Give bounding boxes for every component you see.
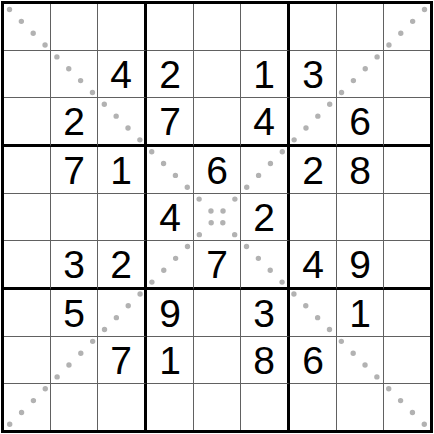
cell-r7c4[interactable]: 9 <box>147 290 194 337</box>
cell-r8c7[interactable]: 6 <box>290 337 337 384</box>
cell-r1c7[interactable] <box>290 4 337 51</box>
cell-r7c1[interactable] <box>4 290 51 337</box>
cell-r4c8[interactable]: 8 <box>337 147 384 194</box>
cell-r8c4[interactable]: 1 <box>147 337 194 384</box>
cell-r3c7[interactable] <box>290 98 337 147</box>
cell-r3c8[interactable]: 6 <box>337 98 384 147</box>
cell-r5c8[interactable] <box>337 194 384 241</box>
cell-r1c5[interactable] <box>194 4 241 51</box>
cell-r9c6[interactable] <box>241 384 290 430</box>
cell-r6c5[interactable]: 7 <box>194 241 241 290</box>
cell-r4c5[interactable]: 6 <box>194 147 241 194</box>
cell-r2c1[interactable] <box>4 51 51 98</box>
cell-r7c5[interactable] <box>194 290 241 337</box>
cell-r1c2[interactable] <box>51 4 98 51</box>
cell-r4c4[interactable] <box>147 147 194 194</box>
cell-r3c6[interactable]: 4 <box>241 98 290 147</box>
cell-r9c4[interactable] <box>147 384 194 430</box>
cell-r8c9[interactable] <box>384 337 430 384</box>
cell-r7c6[interactable]: 3 <box>241 290 290 337</box>
cell-r2c2[interactable] <box>51 51 98 98</box>
cell-r6c1[interactable] <box>4 241 51 290</box>
cell-r6c3[interactable]: 2 <box>98 241 147 290</box>
cell-r7c8[interactable]: 1 <box>337 290 384 337</box>
cell-r2c4[interactable]: 2 <box>147 51 194 98</box>
cell-r8c5[interactable] <box>194 337 241 384</box>
cell-r9c3[interactable] <box>98 384 147 430</box>
cell-r7c9[interactable] <box>384 290 430 337</box>
cell-r6c8[interactable]: 9 <box>337 241 384 290</box>
cell-r9c5[interactable] <box>194 384 241 430</box>
cell-r6c2[interactable]: 3 <box>51 241 98 290</box>
cell-r9c8[interactable] <box>337 384 384 430</box>
cell-r1c4[interactable] <box>147 4 194 51</box>
cell-r2c5[interactable] <box>194 51 241 98</box>
cell-r2c6[interactable]: 1 <box>241 51 290 98</box>
cell-r4c9[interactable] <box>384 147 430 194</box>
cell-r6c4[interactable] <box>147 241 194 290</box>
cell-r5c1[interactable] <box>4 194 51 241</box>
cell-r7c3[interactable] <box>98 290 147 337</box>
cell-r1c1[interactable] <box>4 4 51 51</box>
cell-r3c2[interactable]: 2 <box>51 98 98 147</box>
cell-r4c7[interactable]: 2 <box>290 147 337 194</box>
cell-r2c8[interactable] <box>337 51 384 98</box>
cell-r1c3[interactable] <box>98 4 147 51</box>
cell-r4c2[interactable]: 7 <box>51 147 98 194</box>
cell-r8c1[interactable] <box>4 337 51 384</box>
cell-r6c7[interactable]: 4 <box>290 241 337 290</box>
cell-r5c2[interactable] <box>51 194 98 241</box>
cell-r8c8[interactable] <box>337 337 384 384</box>
cell-r3c3[interactable] <box>98 98 147 147</box>
cell-r6c6[interactable] <box>241 241 290 290</box>
cell-r9c1[interactable] <box>4 384 51 430</box>
cell-r2c9[interactable] <box>384 51 430 98</box>
cell-r8c3[interactable]: 7 <box>98 337 147 384</box>
cells-grid: 4213274671628423274959317186 <box>4 4 430 430</box>
cell-r1c9[interactable] <box>384 4 430 51</box>
cell-r3c1[interactable] <box>4 98 51 147</box>
cell-r4c6[interactable] <box>241 147 290 194</box>
cell-r5c9[interactable] <box>384 194 430 241</box>
cell-r5c5[interactable] <box>194 194 241 241</box>
sudoku-board: 4213274671628423274959317186 <box>1 1 433 433</box>
cell-r1c6[interactable] <box>241 4 290 51</box>
cell-r7c7[interactable] <box>290 290 337 337</box>
cell-r8c6[interactable]: 8 <box>241 337 290 384</box>
cell-r9c2[interactable] <box>51 384 98 430</box>
cell-r3c5[interactable] <box>194 98 241 147</box>
cell-r3c9[interactable] <box>384 98 430 147</box>
cell-r1c8[interactable] <box>337 4 384 51</box>
cell-r5c3[interactable] <box>98 194 147 241</box>
cell-r2c7[interactable]: 3 <box>290 51 337 98</box>
cell-r4c3[interactable]: 1 <box>98 147 147 194</box>
cell-r9c7[interactable] <box>290 384 337 430</box>
cell-r8c2[interactable] <box>51 337 98 384</box>
cell-r4c1[interactable] <box>4 147 51 194</box>
cell-r9c9[interactable] <box>384 384 430 430</box>
cell-r7c2[interactable]: 5 <box>51 290 98 337</box>
cell-r5c6[interactable]: 2 <box>241 194 290 241</box>
cell-r2c3[interactable]: 4 <box>98 51 147 98</box>
cell-r5c7[interactable] <box>290 194 337 241</box>
cell-r6c9[interactable] <box>384 241 430 290</box>
cell-r3c4[interactable]: 7 <box>147 98 194 147</box>
cell-r5c4[interactable]: 4 <box>147 194 194 241</box>
